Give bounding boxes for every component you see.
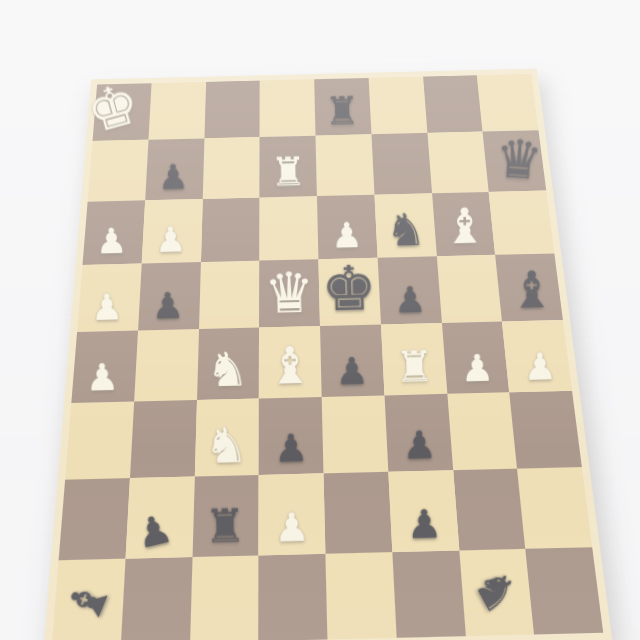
square-b5[interactable]: ♟ bbox=[138, 262, 201, 331]
square-h3[interactable] bbox=[509, 391, 581, 468]
square-a6[interactable]: ♟ bbox=[83, 200, 145, 265]
piece-black-pawn-b7[interactable]: ♟ bbox=[158, 160, 189, 195]
square-f1[interactable] bbox=[392, 550, 465, 638]
piece-black-knight-f6[interactable]: ♞ bbox=[385, 206, 426, 252]
chessboard-scene: ♚♜♟♜♛♟♟♟♞♝♟♟♛♚♟♝♟♞♝♟♜♟♟♞♟♟♟♜♟♟♝♞ bbox=[70, 26, 570, 626]
square-a4[interactable]: ♟ bbox=[71, 330, 138, 403]
square-c8[interactable] bbox=[204, 81, 260, 139]
square-a1[interactable]: ♝ bbox=[52, 558, 126, 640]
piece-white-pawn-g4[interactable]: ♟ bbox=[460, 350, 494, 388]
piece-white-pawn-b6[interactable]: ♟ bbox=[155, 222, 187, 258]
square-f5[interactable]: ♟ bbox=[377, 256, 441, 324]
square-b7[interactable]: ♟ bbox=[145, 139, 204, 200]
square-f6[interactable]: ♞ bbox=[374, 193, 436, 258]
square-g2[interactable] bbox=[453, 468, 526, 550]
square-a8[interactable]: ♚ bbox=[93, 83, 152, 141]
piece-black-king-e5[interactable]: ♚ bbox=[321, 257, 378, 320]
square-a7[interactable] bbox=[88, 140, 149, 201]
square-e6[interactable]: ♟ bbox=[317, 194, 377, 259]
piece-black-pawn-f3[interactable]: ♟ bbox=[402, 426, 437, 465]
square-c5[interactable] bbox=[199, 260, 260, 329]
square-h2[interactable] bbox=[517, 467, 592, 549]
square-f3[interactable]: ♟ bbox=[384, 394, 452, 471]
piece-black-pawn-d3[interactable]: ♟ bbox=[273, 429, 308, 468]
square-e3[interactable] bbox=[322, 396, 388, 473]
square-c4[interactable]: ♞ bbox=[196, 327, 259, 400]
square-e2[interactable] bbox=[323, 471, 392, 553]
square-e8[interactable]: ♜ bbox=[314, 78, 371, 136]
square-g6[interactable]: ♝ bbox=[432, 191, 496, 256]
square-g5[interactable] bbox=[436, 255, 502, 323]
piece-black-pawn-e4[interactable]: ♟ bbox=[335, 353, 369, 391]
piece-white-pawn-a6[interactable]: ♟ bbox=[96, 223, 128, 259]
square-c7[interactable] bbox=[202, 137, 259, 198]
piece-black-queen-h7[interactable]: ♛ bbox=[493, 132, 543, 188]
square-g3[interactable] bbox=[447, 393, 517, 470]
photo-background: ♚♜♟♜♛♟♟♟♞♝♟♟♛♚♟♝♟♞♝♟♜♟♟♞♟♟♟♜♟♟♝♞ bbox=[0, 0, 640, 640]
square-h8[interactable] bbox=[477, 74, 539, 132]
square-d3[interactable]: ♟ bbox=[259, 397, 324, 474]
square-a2[interactable] bbox=[59, 478, 130, 560]
square-h7[interactable]: ♛ bbox=[483, 130, 546, 191]
square-d7[interactable]: ♜ bbox=[260, 136, 317, 197]
piece-black-rook-c2[interactable]: ♜ bbox=[204, 503, 246, 550]
square-g4[interactable]: ♟ bbox=[441, 322, 509, 395]
piece-black-rook-e8[interactable]: ♜ bbox=[325, 92, 360, 131]
piece-white-knight-c4[interactable]: ♞ bbox=[206, 346, 250, 394]
piece-white-pawn-d2[interactable]: ♟ bbox=[273, 508, 309, 548]
chessboard: ♚♜♟♜♛♟♟♟♞♝♟♟♛♚♟♝♟♞♝♟♜♟♟♞♟♟♟♜♟♟♝♞ bbox=[43, 69, 612, 640]
piece-white-king-a8[interactable]: ♚ bbox=[81, 74, 145, 142]
square-d5[interactable]: ♛ bbox=[259, 259, 320, 328]
square-d4[interactable]: ♝ bbox=[259, 326, 322, 399]
square-h5[interactable]: ♝ bbox=[495, 253, 563, 321]
piece-white-rook-d7[interactable]: ♜ bbox=[270, 151, 306, 191]
square-d1[interactable] bbox=[258, 553, 327, 640]
piece-black-pawn-f2[interactable]: ♟ bbox=[406, 504, 442, 544]
square-g7[interactable] bbox=[427, 132, 489, 193]
square-f2[interactable]: ♟ bbox=[388, 470, 459, 552]
piece-white-bishop-d4[interactable]: ♝ bbox=[266, 340, 313, 393]
piece-black-bishop-h5[interactable]: ♝ bbox=[508, 265, 554, 316]
piece-black-knight-g1-fallen[interactable]: ♞ bbox=[465, 561, 527, 622]
square-h4[interactable]: ♟ bbox=[502, 320, 572, 393]
square-c2[interactable]: ♜ bbox=[192, 474, 259, 556]
piece-white-pawn-e6[interactable]: ♟ bbox=[331, 218, 363, 254]
square-c1[interactable] bbox=[190, 555, 259, 640]
square-c3[interactable]: ♞ bbox=[194, 399, 259, 476]
square-g8[interactable] bbox=[423, 75, 483, 133]
piece-white-knight-c3[interactable]: ♞ bbox=[204, 420, 249, 470]
square-f8[interactable] bbox=[368, 77, 427, 135]
square-e5[interactable]: ♚ bbox=[318, 258, 380, 326]
square-c6[interactable] bbox=[200, 197, 259, 262]
piece-white-pawn-h4[interactable]: ♟ bbox=[523, 348, 557, 386]
piece-white-pawn-a5[interactable]: ♟ bbox=[91, 289, 124, 326]
square-d8[interactable] bbox=[260, 79, 316, 137]
piece-white-bishop-g6[interactable]: ♝ bbox=[442, 201, 487, 250]
piece-black-pawn-f5[interactable]: ♟ bbox=[394, 282, 427, 319]
square-b2[interactable]: ♟ bbox=[125, 476, 194, 558]
square-b8[interactable] bbox=[148, 82, 205, 140]
piece-black-pawn-b5[interactable]: ♟ bbox=[151, 288, 184, 325]
square-g1[interactable]: ♞ bbox=[459, 549, 534, 637]
square-b1[interactable] bbox=[121, 557, 192, 640]
piece-white-queen-d5[interactable]: ♛ bbox=[263, 265, 314, 322]
square-e7[interactable] bbox=[315, 135, 374, 196]
square-b4[interactable] bbox=[134, 329, 199, 402]
square-b6[interactable]: ♟ bbox=[141, 198, 202, 263]
square-h1[interactable] bbox=[525, 547, 603, 635]
square-f7[interactable] bbox=[371, 133, 431, 194]
square-h6[interactable] bbox=[489, 190, 554, 255]
piece-white-pawn-a4[interactable]: ♟ bbox=[86, 359, 120, 397]
square-f4[interactable]: ♜ bbox=[381, 323, 447, 396]
square-b3[interactable] bbox=[130, 400, 197, 477]
square-e4[interactable]: ♟ bbox=[320, 325, 384, 398]
piece-white-rook-f4[interactable]: ♜ bbox=[395, 345, 435, 389]
square-d6[interactable] bbox=[259, 196, 318, 261]
square-a5[interactable]: ♟ bbox=[77, 263, 141, 332]
piece-black-bishop-a1-fallen[interactable]: ♝ bbox=[59, 573, 119, 631]
square-a3[interactable] bbox=[65, 402, 134, 479]
square-e1[interactable] bbox=[325, 552, 396, 640]
piece-black-pawn-b2[interactable]: ♟ bbox=[133, 508, 177, 555]
square-d2[interactable]: ♟ bbox=[259, 473, 326, 555]
